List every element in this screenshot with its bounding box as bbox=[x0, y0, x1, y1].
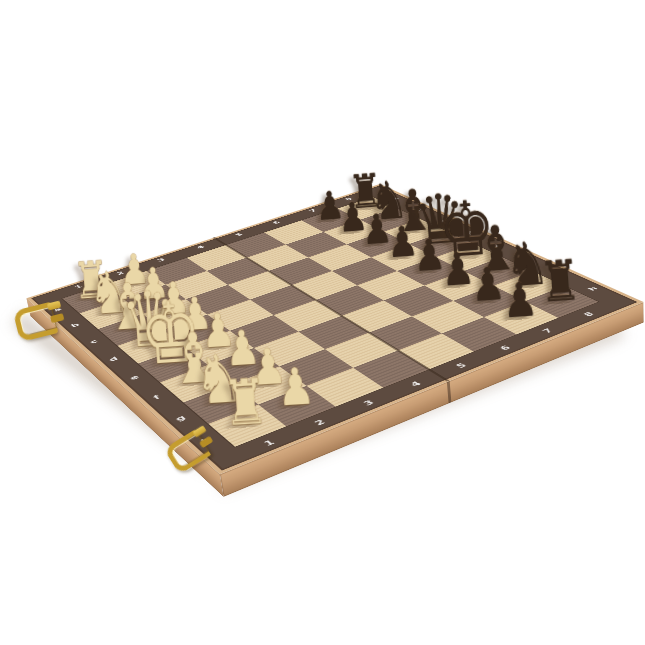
rank-label: 5 bbox=[234, 232, 245, 237]
rank-label: 1 bbox=[73, 284, 84, 290]
file-label: h bbox=[585, 286, 600, 292]
file-label: b bbox=[69, 322, 81, 329]
rank-label: 7 bbox=[308, 208, 319, 213]
file-label: e bbox=[492, 243, 505, 248]
rank-label: 2 bbox=[115, 270, 126, 276]
rank-label: 6 bbox=[498, 344, 513, 351]
file-label: a bbox=[389, 196, 400, 200]
rank-label: 8 bbox=[343, 197, 354, 201]
file-label: c bbox=[88, 338, 99, 344]
file-label: g bbox=[173, 414, 187, 423]
rank-label: 4 bbox=[195, 245, 206, 250]
file-label: d bbox=[464, 230, 477, 235]
fold-seam-edge bbox=[447, 381, 451, 404]
piece-black-rook: ♜ bbox=[307, 76, 417, 212]
file-label: b bbox=[413, 207, 425, 212]
chess-board: aa11bb22cc33dd44ee55ff66gg77hh88♜♞♝♛♚♝♞♜… bbox=[26, 184, 643, 474]
file-label: c bbox=[438, 219, 449, 224]
file-label: f bbox=[151, 394, 162, 401]
rank-label: 2 bbox=[312, 418, 327, 427]
file-label: f bbox=[523, 257, 535, 262]
file-label: e bbox=[128, 374, 141, 382]
rank-label: 6 bbox=[271, 220, 282, 225]
file-label: g bbox=[552, 271, 566, 277]
rank-label: 7 bbox=[540, 327, 555, 334]
rank-label: 4 bbox=[408, 380, 423, 388]
rank-label: 1 bbox=[262, 438, 277, 447]
chess-set-photo: aa11bb22cc33dd44ee55ff66gg77hh88♜♞♝♛♚♝♞♜… bbox=[0, 0, 645, 645]
rank-label: 5 bbox=[454, 362, 469, 370]
rank-label: 3 bbox=[361, 399, 376, 408]
rank-label: 8 bbox=[581, 311, 596, 318]
rank-label: 3 bbox=[156, 257, 167, 262]
file-label: d bbox=[107, 355, 120, 362]
